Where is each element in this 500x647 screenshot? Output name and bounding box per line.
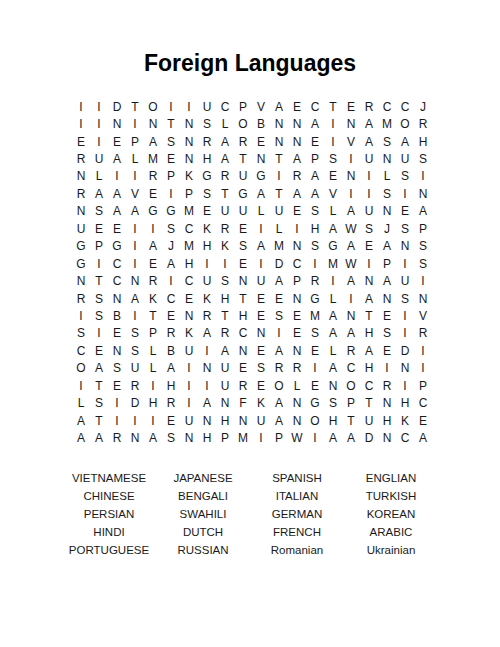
grid-cell-r7c5[interactable]: G <box>144 203 162 220</box>
grid-cell-r1c9[interactable]: C <box>216 98 234 115</box>
grid-cell-r9c20[interactable]: S <box>414 238 432 255</box>
grid-cell-r15c3[interactable]: N <box>108 342 126 359</box>
grid-cell-r11c13[interactable]: P <box>288 272 306 289</box>
grid-cell-r19c1[interactable]: A <box>72 412 90 429</box>
grid-cell-r2c8[interactable]: S <box>198 115 216 132</box>
grid-cell-r5c8[interactable]: G <box>198 168 216 185</box>
grid-cell-r4c6[interactable]: E <box>162 150 180 167</box>
grid-cell-r13c17[interactable]: T <box>360 307 378 324</box>
grid-cell-r18c11[interactable]: K <box>252 394 270 411</box>
grid-cell-r19c3[interactable]: I <box>108 412 126 429</box>
grid-cell-r17c3[interactable]: E <box>108 377 126 394</box>
grid-cell-r19c4[interactable]: I <box>126 412 144 429</box>
grid-cell-r3c18[interactable]: S <box>378 133 396 150</box>
grid-cell-r9c18[interactable]: A <box>378 238 396 255</box>
grid-cell-r17c13[interactable]: L <box>288 377 306 394</box>
grid-cell-r13c1[interactable]: I <box>72 307 90 324</box>
grid-cell-r5c19[interactable]: S <box>396 168 414 185</box>
grid-cell-r11c7[interactable]: C <box>180 272 198 289</box>
grid-cell-r19c18[interactable]: H <box>378 412 396 429</box>
grid-cell-r2c16[interactable]: N <box>342 115 360 132</box>
grid-cell-r11c14[interactable]: R <box>306 272 324 289</box>
grid-cell-r14c12[interactable]: I <box>270 325 288 342</box>
grid-cell-r14c15[interactable]: A <box>324 325 342 342</box>
grid-cell-r16c18[interactable]: I <box>378 360 396 377</box>
grid-cell-r1c17[interactable]: R <box>360 98 378 115</box>
grid-cell-r10c12[interactable]: D <box>270 255 288 272</box>
grid-cell-r19c19[interactable]: K <box>396 412 414 429</box>
grid-cell-r6c15[interactable]: V <box>324 185 342 202</box>
grid-cell-r6c14[interactable]: A <box>306 185 324 202</box>
grid-cell-r3c3[interactable]: E <box>108 133 126 150</box>
grid-cell-r12c11[interactable]: E <box>252 290 270 307</box>
grid-cell-r16c13[interactable]: R <box>288 360 306 377</box>
grid-cell-r12c9[interactable]: H <box>216 290 234 307</box>
grid-cell-r7c19[interactable]: E <box>396 203 414 220</box>
grid-cell-r13c9[interactable]: T <box>216 307 234 324</box>
grid-cell-r9c6[interactable]: J <box>162 238 180 255</box>
grid-cell-r15c9[interactable]: A <box>216 342 234 359</box>
grid-cell-r14c8[interactable]: A <box>198 325 216 342</box>
grid-cell-r12c17[interactable]: A <box>360 290 378 307</box>
grid-cell-r13c10[interactable]: H <box>234 307 252 324</box>
grid-cell-r11c3[interactable]: C <box>108 272 126 289</box>
grid-cell-r10c14[interactable]: I <box>306 255 324 272</box>
grid-cell-r16c16[interactable]: C <box>342 360 360 377</box>
grid-cell-r12c19[interactable]: S <box>396 290 414 307</box>
grid-cell-r17c7[interactable]: I <box>180 377 198 394</box>
grid-cell-r3c11[interactable]: E <box>252 133 270 150</box>
grid-cell-r3c14[interactable]: E <box>306 133 324 150</box>
grid-cell-r4c11[interactable]: N <box>252 150 270 167</box>
grid-cell-r16c4[interactable]: U <box>126 360 144 377</box>
grid-cell-r15c17[interactable]: A <box>360 342 378 359</box>
grid-cell-r10c7[interactable]: H <box>180 255 198 272</box>
grid-cell-r9c2[interactable]: P <box>90 238 108 255</box>
grid-cell-r9c13[interactable]: N <box>288 238 306 255</box>
grid-cell-r16c10[interactable]: E <box>234 360 252 377</box>
grid-cell-r5c17[interactable]: I <box>360 168 378 185</box>
grid-cell-r17c19[interactable]: I <box>396 377 414 394</box>
grid-cell-r20c9[interactable]: P <box>216 429 234 446</box>
grid-cell-r18c4[interactable]: D <box>126 394 144 411</box>
grid-cell-r13c5[interactable]: T <box>144 307 162 324</box>
grid-cell-r6c4[interactable]: V <box>126 185 144 202</box>
grid-cell-r2c6[interactable]: T <box>162 115 180 132</box>
grid-cell-r5c12[interactable]: I <box>270 168 288 185</box>
grid-cell-r13c13[interactable]: E <box>288 307 306 324</box>
grid-cell-r7c12[interactable]: U <box>270 203 288 220</box>
grid-cell-r9c1[interactable]: G <box>72 238 90 255</box>
grid-cell-r19c2[interactable]: T <box>90 412 108 429</box>
grid-cell-r17c16[interactable]: O <box>342 377 360 394</box>
grid-cell-r6c18[interactable]: S <box>378 185 396 202</box>
grid-cell-r5c16[interactable]: N <box>342 168 360 185</box>
grid-cell-r12c8[interactable]: K <box>198 290 216 307</box>
grid-cell-r18c1[interactable]: L <box>72 394 90 411</box>
grid-cell-r5c1[interactable]: N <box>72 168 90 185</box>
grid-cell-r20c2[interactable]: A <box>90 429 108 446</box>
grid-cell-r13c18[interactable]: E <box>378 307 396 324</box>
grid-cell-r18c10[interactable]: F <box>234 394 252 411</box>
grid-cell-r7c14[interactable]: S <box>306 203 324 220</box>
grid-cell-r5c11[interactable]: G <box>252 168 270 185</box>
grid-cell-r18c2[interactable]: S <box>90 394 108 411</box>
grid-cell-r7c7[interactable]: M <box>180 203 198 220</box>
grid-cell-r12c18[interactable]: N <box>378 290 396 307</box>
grid-cell-r17c1[interactable]: I <box>72 377 90 394</box>
grid-cell-r20c3[interactable]: R <box>108 429 126 446</box>
grid-cell-r15c7[interactable]: U <box>180 342 198 359</box>
grid-cell-r5c6[interactable]: P <box>162 168 180 185</box>
grid-cell-r8c3[interactable]: E <box>108 220 126 237</box>
grid-cell-r18c7[interactable]: I <box>180 394 198 411</box>
grid-cell-r19c6[interactable]: E <box>162 412 180 429</box>
grid-cell-r15c16[interactable]: R <box>342 342 360 359</box>
grid-cell-r15c19[interactable]: D <box>396 342 414 359</box>
grid-cell-r8c4[interactable]: I <box>126 220 144 237</box>
grid-cell-r15c6[interactable]: B <box>162 342 180 359</box>
grid-cell-r6c5[interactable]: E <box>144 185 162 202</box>
grid-cell-r1c3[interactable]: D <box>108 98 126 115</box>
grid-cell-r3c10[interactable]: R <box>234 133 252 150</box>
grid-cell-r10c2[interactable]: I <box>90 255 108 272</box>
grid-cell-r1c19[interactable]: C <box>396 98 414 115</box>
grid-cell-r2c18[interactable]: M <box>378 115 396 132</box>
grid-cell-r8c9[interactable]: R <box>216 220 234 237</box>
grid-cell-r16c11[interactable]: S <box>252 360 270 377</box>
grid-cell-r15c18[interactable]: E <box>378 342 396 359</box>
grid-cell-r20c18[interactable]: N <box>378 429 396 446</box>
grid-cell-r8c5[interactable]: I <box>144 220 162 237</box>
grid-cell-r18c19[interactable]: H <box>396 394 414 411</box>
grid-cell-r1c8[interactable]: U <box>198 98 216 115</box>
grid-cell-r20c11[interactable]: I <box>252 429 270 446</box>
grid-cell-r2c7[interactable]: N <box>180 115 198 132</box>
grid-cell-r6c17[interactable]: I <box>360 185 378 202</box>
grid-cell-r17c10[interactable]: R <box>234 377 252 394</box>
grid-cell-r4c10[interactable]: T <box>234 150 252 167</box>
grid-cell-r13c2[interactable]: S <box>90 307 108 324</box>
grid-cell-r12c6[interactable]: C <box>162 290 180 307</box>
grid-cell-r12c10[interactable]: T <box>234 290 252 307</box>
grid-cell-r12c20[interactable]: N <box>414 290 432 307</box>
grid-cell-r1c1[interactable]: I <box>72 98 90 115</box>
grid-cell-r17c20[interactable]: P <box>414 377 432 394</box>
grid-cell-r17c15[interactable]: N <box>324 377 342 394</box>
grid-cell-r8c6[interactable]: S <box>162 220 180 237</box>
grid-cell-r18c14[interactable]: G <box>306 394 324 411</box>
grid-cell-r9c12[interactable]: M <box>270 238 288 255</box>
grid-cell-r16c2[interactable]: A <box>90 360 108 377</box>
grid-cell-r10c19[interactable]: I <box>396 255 414 272</box>
grid-cell-r8c19[interactable]: S <box>396 220 414 237</box>
grid-cell-r20c5[interactable]: A <box>144 429 162 446</box>
grid-cell-r9c15[interactable]: G <box>324 238 342 255</box>
grid-cell-r13c8[interactable]: R <box>198 307 216 324</box>
grid-cell-r8c20[interactable]: P <box>414 220 432 237</box>
grid-cell-r19c13[interactable]: N <box>288 412 306 429</box>
grid-cell-r14c11[interactable]: N <box>252 325 270 342</box>
grid-cell-r6c11[interactable]: A <box>252 185 270 202</box>
grid-cell-r7c1[interactable]: N <box>72 203 90 220</box>
grid-cell-r13c15[interactable]: A <box>324 307 342 324</box>
grid-cell-r6c19[interactable]: I <box>396 185 414 202</box>
grid-cell-r13c20[interactable]: V <box>414 307 432 324</box>
grid-cell-r9c17[interactable]: E <box>360 238 378 255</box>
grid-cell-r2c1[interactable]: I <box>72 115 90 132</box>
grid-cell-r11c10[interactable]: N <box>234 272 252 289</box>
grid-cell-r16c17[interactable]: H <box>360 360 378 377</box>
grid-cell-r20c20[interactable]: A <box>414 429 432 446</box>
grid-cell-r11c8[interactable]: U <box>198 272 216 289</box>
grid-cell-r15c20[interactable]: I <box>414 342 432 359</box>
grid-cell-r4c18[interactable]: N <box>378 150 396 167</box>
grid-cell-r15c12[interactable]: A <box>270 342 288 359</box>
grid-cell-r8c10[interactable]: E <box>234 220 252 237</box>
grid-cell-r12c16[interactable]: I <box>342 290 360 307</box>
grid-cell-r5c9[interactable]: R <box>216 168 234 185</box>
grid-cell-r16c3[interactable]: S <box>108 360 126 377</box>
grid-cell-r18c20[interactable]: C <box>414 394 432 411</box>
grid-cell-r19c8[interactable]: N <box>198 412 216 429</box>
grid-cell-r1c2[interactable]: I <box>90 98 108 115</box>
grid-cell-r12c13[interactable]: N <box>288 290 306 307</box>
grid-cell-r2c5[interactable]: N <box>144 115 162 132</box>
grid-cell-r19c12[interactable]: A <box>270 412 288 429</box>
grid-cell-r17c14[interactable]: E <box>306 377 324 394</box>
grid-cell-r6c3[interactable]: A <box>108 185 126 202</box>
grid-cell-r14c9[interactable]: R <box>216 325 234 342</box>
grid-cell-r9c16[interactable]: A <box>342 238 360 255</box>
grid-cell-r20c4[interactable]: N <box>126 429 144 446</box>
grid-cell-r6c8[interactable]: S <box>198 185 216 202</box>
grid-cell-r9c8[interactable]: H <box>198 238 216 255</box>
grid-cell-r19c11[interactable]: U <box>252 412 270 429</box>
grid-cell-r12c14[interactable]: G <box>306 290 324 307</box>
grid-cell-r20c14[interactable]: I <box>306 429 324 446</box>
grid-cell-r13c11[interactable]: E <box>252 307 270 324</box>
grid-cell-r2c19[interactable]: O <box>396 115 414 132</box>
grid-cell-r11c17[interactable]: N <box>360 272 378 289</box>
grid-cell-r15c4[interactable]: S <box>126 342 144 359</box>
grid-cell-r14c18[interactable]: S <box>378 325 396 342</box>
grid-cell-r6c6[interactable]: I <box>162 185 180 202</box>
grid-cell-r3c1[interactable]: E <box>72 133 90 150</box>
grid-cell-r17c6[interactable]: H <box>162 377 180 394</box>
grid-cell-r7c15[interactable]: L <box>324 203 342 220</box>
grid-cell-r7c11[interactable]: L <box>252 203 270 220</box>
grid-cell-r13c14[interactable]: M <box>306 307 324 324</box>
grid-cell-r9c14[interactable]: S <box>306 238 324 255</box>
grid-cell-r12c15[interactable]: L <box>324 290 342 307</box>
grid-cell-r11c6[interactable]: I <box>162 272 180 289</box>
grid-cell-r20c8[interactable]: H <box>198 429 216 446</box>
grid-cell-r18c8[interactable]: A <box>198 394 216 411</box>
grid-cell-r3c2[interactable]: I <box>90 133 108 150</box>
grid-cell-r15c5[interactable]: L <box>144 342 162 359</box>
grid-cell-r2c17[interactable]: A <box>360 115 378 132</box>
grid-cell-r3c12[interactable]: N <box>270 133 288 150</box>
grid-cell-r19c10[interactable]: N <box>234 412 252 429</box>
grid-cell-r4c7[interactable]: N <box>180 150 198 167</box>
grid-cell-r17c18[interactable]: R <box>378 377 396 394</box>
grid-cell-r20c16[interactable]: A <box>342 429 360 446</box>
grid-cell-r9c11[interactable]: A <box>252 238 270 255</box>
grid-cell-r20c12[interactable]: P <box>270 429 288 446</box>
grid-cell-r20c17[interactable]: D <box>360 429 378 446</box>
grid-cell-r1c10[interactable]: P <box>234 98 252 115</box>
grid-cell-r2c4[interactable]: I <box>126 115 144 132</box>
grid-cell-r3c7[interactable]: N <box>180 133 198 150</box>
grid-cell-r4c13[interactable]: A <box>288 150 306 167</box>
grid-cell-r6c9[interactable]: T <box>216 185 234 202</box>
grid-cell-r19c7[interactable]: U <box>180 412 198 429</box>
grid-cell-r6c12[interactable]: T <box>270 185 288 202</box>
grid-cell-r13c3[interactable]: B <box>108 307 126 324</box>
grid-cell-r8c7[interactable]: C <box>180 220 198 237</box>
grid-cell-r8c13[interactable]: I <box>288 220 306 237</box>
grid-cell-r20c15[interactable]: A <box>324 429 342 446</box>
grid-cell-r10c9[interactable]: I <box>216 255 234 272</box>
grid-cell-r10c11[interactable]: I <box>252 255 270 272</box>
grid-cell-r14c19[interactable]: I <box>396 325 414 342</box>
grid-cell-r11c18[interactable]: A <box>378 272 396 289</box>
grid-cell-r20c13[interactable]: W <box>288 429 306 446</box>
grid-cell-r3c17[interactable]: A <box>360 133 378 150</box>
grid-cell-r20c10[interactable]: M <box>234 429 252 446</box>
grid-cell-r9c9[interactable]: K <box>216 238 234 255</box>
grid-cell-r16c7[interactable]: I <box>180 360 198 377</box>
grid-cell-r18c18[interactable]: N <box>378 394 396 411</box>
grid-cell-r11c2[interactable]: T <box>90 272 108 289</box>
grid-cell-r3c13[interactable]: N <box>288 133 306 150</box>
grid-cell-r14c13[interactable]: E <box>288 325 306 342</box>
grid-cell-r18c16[interactable]: P <box>342 394 360 411</box>
grid-cell-r2c20[interactable]: R <box>414 115 432 132</box>
grid-cell-r9c19[interactable]: N <box>396 238 414 255</box>
grid-cell-r16c19[interactable]: N <box>396 360 414 377</box>
grid-cell-r12c1[interactable]: R <box>72 290 90 307</box>
grid-cell-r2c10[interactable]: O <box>234 115 252 132</box>
grid-cell-r5c2[interactable]: L <box>90 168 108 185</box>
grid-cell-r20c7[interactable]: N <box>180 429 198 446</box>
grid-cell-r12c5[interactable]: K <box>144 290 162 307</box>
grid-cell-r13c6[interactable]: E <box>162 307 180 324</box>
grid-cell-r4c1[interactable]: R <box>72 150 90 167</box>
grid-cell-r18c13[interactable]: N <box>288 394 306 411</box>
grid-cell-r1c6[interactable]: I <box>162 98 180 115</box>
grid-cell-r8c17[interactable]: S <box>360 220 378 237</box>
grid-cell-r7c18[interactable]: N <box>378 203 396 220</box>
grid-cell-r8c8[interactable]: K <box>198 220 216 237</box>
grid-cell-r7c13[interactable]: E <box>288 203 306 220</box>
grid-cell-r20c6[interactable]: S <box>162 429 180 446</box>
grid-cell-r5c5[interactable]: R <box>144 168 162 185</box>
grid-cell-r4c3[interactable]: A <box>108 150 126 167</box>
grid-cell-r1c11[interactable]: V <box>252 98 270 115</box>
grid-cell-r14c4[interactable]: S <box>126 325 144 342</box>
grid-cell-r3c8[interactable]: R <box>198 133 216 150</box>
grid-cell-r11c5[interactable]: R <box>144 272 162 289</box>
grid-cell-r10c18[interactable]: P <box>378 255 396 272</box>
grid-cell-r12c7[interactable]: E <box>180 290 198 307</box>
grid-cell-r8c14[interactable]: H <box>306 220 324 237</box>
grid-cell-r19c15[interactable]: H <box>324 412 342 429</box>
grid-cell-r15c2[interactable]: E <box>90 342 108 359</box>
grid-cell-r15c13[interactable]: N <box>288 342 306 359</box>
grid-cell-r13c19[interactable]: I <box>396 307 414 324</box>
grid-cell-r11c19[interactable]: U <box>396 272 414 289</box>
grid-cell-r10c8[interactable]: I <box>198 255 216 272</box>
grid-cell-r12c12[interactable]: E <box>270 290 288 307</box>
grid-cell-r10c3[interactable]: C <box>108 255 126 272</box>
grid-cell-r18c17[interactable]: T <box>360 394 378 411</box>
grid-cell-r5c15[interactable]: E <box>324 168 342 185</box>
grid-cell-r19c9[interactable]: H <box>216 412 234 429</box>
grid-cell-r15c15[interactable]: L <box>324 342 342 359</box>
grid-cell-r10c1[interactable]: G <box>72 255 90 272</box>
grid-cell-r16c20[interactable]: I <box>414 360 432 377</box>
grid-cell-r11c4[interactable]: N <box>126 272 144 289</box>
grid-cell-r17c9[interactable]: U <box>216 377 234 394</box>
grid-cell-r5c3[interactable]: I <box>108 168 126 185</box>
grid-cell-r9c3[interactable]: G <box>108 238 126 255</box>
grid-cell-r14c5[interactable]: P <box>144 325 162 342</box>
grid-cell-r2c12[interactable]: N <box>270 115 288 132</box>
grid-cell-r2c14[interactable]: A <box>306 115 324 132</box>
grid-cell-r15c8[interactable]: I <box>198 342 216 359</box>
grid-cell-r14c7[interactable]: K <box>180 325 198 342</box>
grid-cell-r17c4[interactable]: R <box>126 377 144 394</box>
grid-cell-r3c16[interactable]: V <box>342 133 360 150</box>
grid-cell-r10c6[interactable]: A <box>162 255 180 272</box>
grid-cell-r6c7[interactable]: P <box>180 185 198 202</box>
grid-cell-r2c11[interactable]: B <box>252 115 270 132</box>
grid-cell-r18c3[interactable]: I <box>108 394 126 411</box>
grid-cell-r16c14[interactable]: I <box>306 360 324 377</box>
grid-cell-r14c14[interactable]: S <box>306 325 324 342</box>
grid-cell-r1c16[interactable]: E <box>342 98 360 115</box>
grid-cell-r7c4[interactable]: A <box>126 203 144 220</box>
grid-cell-r6c20[interactable]: N <box>414 185 432 202</box>
grid-cell-r7c10[interactable]: U <box>234 203 252 220</box>
grid-cell-r4c5[interactable]: M <box>144 150 162 167</box>
grid-cell-r10c10[interactable]: E <box>234 255 252 272</box>
grid-cell-r16c6[interactable]: A <box>162 360 180 377</box>
grid-cell-r14c16[interactable]: A <box>342 325 360 342</box>
grid-cell-r1c4[interactable]: T <box>126 98 144 115</box>
grid-cell-r7c2[interactable]: S <box>90 203 108 220</box>
grid-cell-r3c20[interactable]: H <box>414 133 432 150</box>
grid-cell-r8c16[interactable]: W <box>342 220 360 237</box>
grid-cell-r17c12[interactable]: O <box>270 377 288 394</box>
grid-cell-r11c15[interactable]: I <box>324 272 342 289</box>
grid-cell-r16c9[interactable]: U <box>216 360 234 377</box>
grid-cell-r15c10[interactable]: N <box>234 342 252 359</box>
grid-cell-r17c5[interactable]: I <box>144 377 162 394</box>
grid-cell-r5c4[interactable]: I <box>126 168 144 185</box>
grid-cell-r14c3[interactable]: E <box>108 325 126 342</box>
grid-cell-r7c3[interactable]: A <box>108 203 126 220</box>
grid-cell-r9c10[interactable]: S <box>234 238 252 255</box>
grid-cell-r19c5[interactable]: I <box>144 412 162 429</box>
grid-cell-r20c19[interactable]: C <box>396 429 414 446</box>
grid-cell-r5c20[interactable]: I <box>414 168 432 185</box>
grid-cell-r14c20[interactable]: R <box>414 325 432 342</box>
grid-cell-r17c8[interactable]: I <box>198 377 216 394</box>
grid-cell-r17c2[interactable]: T <box>90 377 108 394</box>
